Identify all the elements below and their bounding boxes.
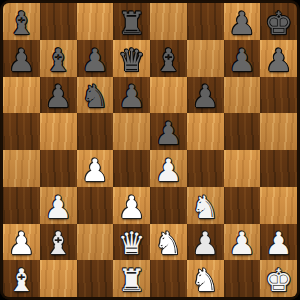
square-g7[interactable]: ♟ <box>224 40 261 77</box>
white-bishop[interactable]: ♝ <box>7 262 35 297</box>
square-f1[interactable]: ♞ <box>187 260 224 297</box>
white-pawn[interactable]: ♟ <box>7 225 35 261</box>
square-b3[interactable]: ♟ <box>40 187 77 224</box>
square-b7[interactable]: ♝ <box>40 40 77 77</box>
square-c5[interactable] <box>77 113 114 150</box>
white-knight[interactable]: ♞ <box>191 262 219 297</box>
square-b1[interactable] <box>40 260 77 297</box>
square-h5[interactable] <box>260 113 297 150</box>
white-pawn[interactable]: ♟ <box>44 189 72 225</box>
white-pawn[interactable]: ♟ <box>228 225 256 261</box>
black-king[interactable]: ♚ <box>265 5 293 41</box>
square-e4[interactable]: ♟ <box>150 150 187 187</box>
square-b4[interactable] <box>40 150 77 187</box>
square-g1[interactable] <box>224 260 261 297</box>
square-h6[interactable] <box>260 77 297 114</box>
square-f2[interactable]: ♟ <box>187 224 224 261</box>
square-d8[interactable]: ♜ <box>113 3 150 40</box>
square-c7[interactable]: ♟ <box>77 40 114 77</box>
white-pawn[interactable]: ♟ <box>154 152 182 188</box>
square-g5[interactable] <box>224 113 261 150</box>
square-g4[interactable] <box>224 150 261 187</box>
white-pawn[interactable]: ♟ <box>118 189 146 225</box>
square-e7[interactable]: ♝ <box>150 40 187 77</box>
black-queen[interactable]: ♛ <box>118 42 146 78</box>
square-c3[interactable] <box>77 187 114 224</box>
square-g3[interactable] <box>224 187 261 224</box>
square-a2[interactable]: ♟ <box>3 224 40 261</box>
white-bishop[interactable]: ♝ <box>44 225 72 261</box>
chess-board[interactable]: ♝♜♟♚♟♝♟♛♝♟♟♟♞♟♟♟♟♟♟♟♞♟♝♛♞♟♟♟♝♜♞♚ <box>3 3 297 297</box>
square-g8[interactable]: ♟ <box>224 3 261 40</box>
black-pawn[interactable]: ♟ <box>154 115 182 151</box>
square-h7[interactable]: ♟ <box>260 40 297 77</box>
square-d5[interactable] <box>113 113 150 150</box>
square-d2[interactable]: ♛ <box>113 224 150 261</box>
square-e5[interactable]: ♟ <box>150 113 187 150</box>
square-a5[interactable] <box>3 113 40 150</box>
square-f5[interactable] <box>187 113 224 150</box>
black-pawn[interactable]: ♟ <box>118 78 146 114</box>
white-queen[interactable]: ♛ <box>118 225 146 261</box>
square-c2[interactable] <box>77 224 114 261</box>
square-f3[interactable]: ♞ <box>187 187 224 224</box>
square-a6[interactable] <box>3 77 40 114</box>
square-e2[interactable]: ♞ <box>150 224 187 261</box>
square-h4[interactable] <box>260 150 297 187</box>
square-a3[interactable] <box>3 187 40 224</box>
black-rook[interactable]: ♜ <box>118 5 146 41</box>
black-pawn[interactable]: ♟ <box>44 78 72 114</box>
square-c1[interactable] <box>77 260 114 297</box>
black-pawn[interactable]: ♟ <box>228 5 256 41</box>
square-h8[interactable]: ♚ <box>260 3 297 40</box>
black-pawn[interactable]: ♟ <box>228 42 256 78</box>
square-h2[interactable]: ♟ <box>260 224 297 261</box>
square-e6[interactable] <box>150 77 187 114</box>
white-king[interactable]: ♚ <box>265 262 293 297</box>
square-h1[interactable]: ♚ <box>260 260 297 297</box>
white-knight[interactable]: ♞ <box>154 225 182 261</box>
square-d6[interactable]: ♟ <box>113 77 150 114</box>
white-rook[interactable]: ♜ <box>118 262 146 297</box>
square-d1[interactable]: ♜ <box>113 260 150 297</box>
black-knight[interactable]: ♞ <box>81 78 109 114</box>
square-g6[interactable] <box>224 77 261 114</box>
black-pawn[interactable]: ♟ <box>81 42 109 78</box>
square-e8[interactable] <box>150 3 187 40</box>
black-bishop[interactable]: ♝ <box>154 42 182 78</box>
black-pawn[interactable]: ♟ <box>265 42 293 78</box>
square-f7[interactable] <box>187 40 224 77</box>
black-bishop[interactable]: ♝ <box>44 42 72 78</box>
chess-app-screen: ♝♜♟♚♟♝♟♛♝♟♟♟♞♟♟♟♟♟♟♟♞♟♝♛♞♟♟♟♝♜♞♚ <box>0 0 300 300</box>
white-pawn[interactable]: ♟ <box>265 225 293 261</box>
square-f6[interactable]: ♟ <box>187 77 224 114</box>
white-pawn[interactable]: ♟ <box>81 152 109 188</box>
square-c8[interactable] <box>77 3 114 40</box>
square-e1[interactable] <box>150 260 187 297</box>
board-frame: ♝♜♟♚♟♝♟♛♝♟♟♟♞♟♟♟♟♟♟♟♞♟♝♛♞♟♟♟♝♜♞♚ <box>0 0 300 300</box>
square-f4[interactable] <box>187 150 224 187</box>
black-pawn[interactable]: ♟ <box>191 78 219 114</box>
square-a7[interactable]: ♟ <box>3 40 40 77</box>
square-b2[interactable]: ♝ <box>40 224 77 261</box>
square-b5[interactable] <box>40 113 77 150</box>
black-bishop[interactable]: ♝ <box>7 5 35 41</box>
square-d4[interactable] <box>113 150 150 187</box>
square-c6[interactable]: ♞ <box>77 77 114 114</box>
white-knight[interactable]: ♞ <box>191 189 219 225</box>
black-pawn[interactable]: ♟ <box>7 42 35 78</box>
square-g2[interactable]: ♟ <box>224 224 261 261</box>
square-d7[interactable]: ♛ <box>113 40 150 77</box>
square-b8[interactable] <box>40 3 77 40</box>
square-a8[interactable]: ♝ <box>3 3 40 40</box>
square-c4[interactable]: ♟ <box>77 150 114 187</box>
square-h3[interactable] <box>260 187 297 224</box>
square-b6[interactable]: ♟ <box>40 77 77 114</box>
square-a4[interactable] <box>3 150 40 187</box>
square-d3[interactable]: ♟ <box>113 187 150 224</box>
square-a1[interactable]: ♝ <box>3 260 40 297</box>
white-pawn[interactable]: ♟ <box>191 225 219 261</box>
square-e3[interactable] <box>150 187 187 224</box>
square-f8[interactable] <box>187 3 224 40</box>
